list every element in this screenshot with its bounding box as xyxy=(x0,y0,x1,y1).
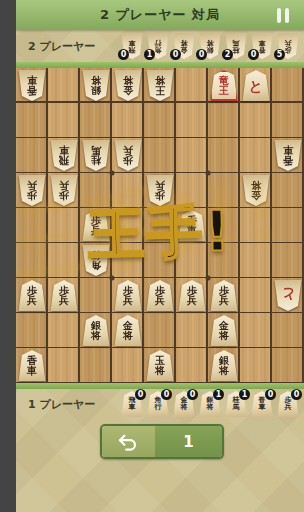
hand-piece-count-badge: 2 xyxy=(222,49,233,60)
undo-arrow-icon xyxy=(117,433,139,451)
shogi-piece-sente[interactable]: 歩兵 xyxy=(50,280,78,311)
hand-piece-tile[interactable]: 銀将1 xyxy=(199,391,221,417)
page-title: 2 プレーヤー 対局 xyxy=(100,6,220,24)
hand-piece-tile[interactable]: 金将0 xyxy=(173,33,195,59)
shogi-piece-sente[interactable]: 歩兵 xyxy=(210,280,238,311)
shogi-piece-sente[interactable]: 金将 xyxy=(210,315,238,346)
shogi-board[interactable]: 香車銀将金将王将竜王と飛車桂馬歩兵香車歩兵歩兵歩兵金将歩兵香車角行歩兵歩兵歩兵歩… xyxy=(16,68,304,383)
shogi-piece-sente[interactable]: 歩兵 xyxy=(18,280,46,311)
shogi-piece-sente[interactable]: 玉将 xyxy=(146,350,174,381)
undo-button[interactable] xyxy=(102,426,155,457)
shogi-piece-sente[interactable]: 歩兵 xyxy=(178,280,206,311)
shogi-piece-gote[interactable]: 歩兵 xyxy=(18,175,46,206)
undo-bar[interactable]: 1 xyxy=(100,424,224,459)
hand-piece-tile[interactable]: 飛車0 xyxy=(121,33,143,59)
hand-piece-count-badge: 0 xyxy=(265,389,276,400)
hand-piece-count-badge: 0 xyxy=(161,389,172,400)
hand-piece-tile[interactable]: 香車0 xyxy=(251,391,273,417)
shogi-piece-gote[interactable]: 香車 xyxy=(274,140,302,171)
shogi-piece-gote[interactable]: 銀将 xyxy=(82,70,110,101)
undo-count: 1 xyxy=(155,426,222,457)
shogi-piece-gote[interactable]: 金将 xyxy=(242,175,270,206)
app-screen: 2 プレーヤー 対局 2 プレーヤー 飛車0角行1金将0銀将0桂馬2香車0歩兵5… xyxy=(16,0,304,512)
hand-piece-count-badge: 0 xyxy=(118,49,129,60)
hand-piece-count-badge: 5 xyxy=(274,49,285,60)
hand-piece-count-badge: 0 xyxy=(170,49,181,60)
shogi-piece-gote[interactable]: 歩兵 xyxy=(146,175,174,206)
player2-captured-pieces: 飛車0角行1金将0銀将0桂馬2香車0歩兵5 xyxy=(121,33,299,59)
shogi-piece-sente[interactable]: 香車 xyxy=(18,350,46,381)
player1-captured-pieces: 飛車0角行0金将0銀将1桂馬1香車0歩兵0 xyxy=(121,391,299,417)
hand-piece-tile[interactable]: 飛車0 xyxy=(121,391,143,417)
hand-piece-tile[interactable]: 桂馬2 xyxy=(225,33,247,59)
shogi-piece-gote[interactable]: 角行 xyxy=(82,245,110,276)
shogi-piece-sente[interactable]: 歩兵 xyxy=(114,280,142,311)
hand-piece-tile[interactable]: 角行1 xyxy=(147,33,169,59)
hand-piece-tile[interactable]: 角行0 xyxy=(147,391,169,417)
shogi-piece-sente[interactable]: と xyxy=(242,70,270,101)
hand-piece-count-badge: 1 xyxy=(213,389,224,400)
shogi-piece-gote[interactable]: 金将 xyxy=(114,70,142,101)
shogi-piece-sente[interactable]: 銀将 xyxy=(82,315,110,346)
board-frame: 香車銀将金将王将竜王と飛車桂馬歩兵香車歩兵歩兵歩兵金将歩兵香車角行歩兵歩兵歩兵歩… xyxy=(16,62,304,389)
shogi-piece-gote[interactable]: と xyxy=(274,280,302,311)
shogi-piece-gote[interactable]: 王将 xyxy=(146,70,174,101)
hand-piece-tile[interactable]: 歩兵0 xyxy=(277,391,299,417)
player2-name: 2 プレーヤー xyxy=(28,39,95,54)
hoshi-dot xyxy=(206,171,211,176)
hand-piece-tile[interactable]: 歩兵5 xyxy=(277,33,299,59)
shogi-piece-gote[interactable]: 香車 xyxy=(18,70,46,101)
pause-icon xyxy=(277,8,281,23)
hand-piece-count-badge: 1 xyxy=(144,49,155,60)
player2-hand-tray: 2 プレーヤー 飛車0角行1金将0銀将0桂馬2香車0歩兵5 xyxy=(16,30,304,62)
shogi-piece-gote[interactable]: 歩兵 xyxy=(50,175,78,206)
player1-name: 1 プレーヤー xyxy=(28,397,95,412)
shogi-piece-sente[interactable]: 香車 xyxy=(178,210,206,241)
hand-piece-count-badge: 0 xyxy=(291,389,302,400)
hand-piece-count-badge: 0 xyxy=(187,389,198,400)
shogi-piece-gote[interactable]: 桂馬 xyxy=(82,140,110,171)
hand-piece-tile[interactable]: 金将0 xyxy=(173,391,195,417)
hand-piece-count-badge: 0 xyxy=(196,49,207,60)
hoshi-dot xyxy=(110,171,115,176)
shogi-piece-sente[interactable]: 銀将 xyxy=(210,350,238,381)
shogi-piece-sente[interactable]: 竜王 xyxy=(210,70,238,101)
player1-hand-tray: 1 プレーヤー 飛車0角行0金将0銀将1桂馬1香車0歩兵0 xyxy=(16,388,304,420)
hand-piece-count-badge: 0 xyxy=(248,49,259,60)
hand-piece-tile[interactable]: 銀将0 xyxy=(199,33,221,59)
hand-piece-count-badge: 1 xyxy=(239,389,250,400)
hand-piece-tile[interactable]: 香車0 xyxy=(251,33,273,59)
top-bar: 2 プレーヤー 対局 xyxy=(16,0,304,30)
pause-icon xyxy=(285,8,289,23)
shogi-piece-sente[interactable]: 金将 xyxy=(114,315,142,346)
pause-button[interactable] xyxy=(270,5,296,25)
hand-piece-count-badge: 0 xyxy=(135,389,146,400)
shogi-piece-gote[interactable]: 歩兵 xyxy=(114,140,142,171)
hand-piece-tile[interactable]: 桂馬1 xyxy=(225,391,247,417)
shogi-piece-sente[interactable]: 歩兵 xyxy=(82,210,110,241)
shogi-piece-sente[interactable]: 歩兵 xyxy=(146,280,174,311)
shogi-piece-gote[interactable]: 飛車 xyxy=(50,140,78,171)
